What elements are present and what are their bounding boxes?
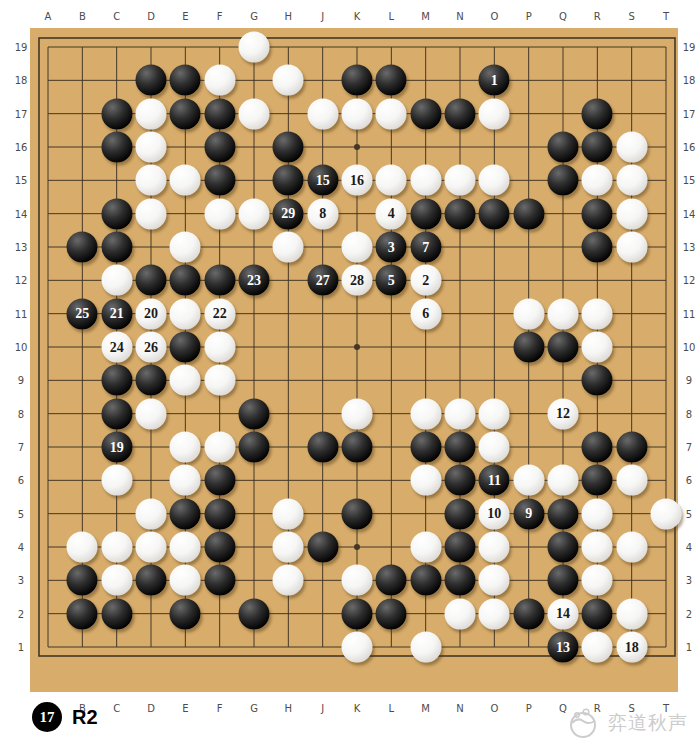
stone	[136, 198, 167, 229]
stone-move-number: 9	[525, 507, 532, 521]
stone	[616, 465, 647, 496]
coord-label: B	[79, 11, 86, 22]
stone	[170, 232, 201, 263]
stone	[204, 165, 235, 196]
stone	[616, 132, 647, 163]
coord-label: 12	[15, 275, 28, 286]
stone: 2	[410, 265, 441, 296]
stone: 10	[479, 498, 510, 529]
stone-move-number: 16	[350, 173, 364, 187]
stone: 5	[376, 265, 407, 296]
coord-label: N	[456, 11, 463, 22]
stone	[513, 465, 544, 496]
stone	[101, 232, 132, 263]
stone	[479, 398, 510, 429]
stone	[582, 198, 613, 229]
stone	[170, 65, 201, 96]
stone: 4	[376, 198, 407, 229]
caption-move-number: 17	[40, 710, 55, 725]
coord-label: E	[182, 703, 188, 714]
stone-move-number: 5	[388, 273, 395, 287]
coord-label: C	[113, 703, 120, 714]
coord-label: C	[113, 11, 120, 22]
coord-label: 17	[15, 108, 28, 119]
stone	[479, 98, 510, 129]
stone	[67, 532, 98, 563]
stone	[445, 565, 476, 596]
stone: 27	[307, 265, 338, 296]
stone	[273, 165, 304, 196]
stone	[410, 432, 441, 463]
stone-move-number: 21	[110, 307, 124, 321]
stone	[582, 365, 613, 396]
stone: 25	[67, 298, 98, 329]
stone: 14	[548, 598, 579, 629]
stone	[616, 232, 647, 263]
star-point	[354, 144, 360, 150]
coord-label: 10	[15, 342, 28, 353]
stone	[479, 432, 510, 463]
stone	[170, 165, 201, 196]
coord-label: 2	[18, 608, 24, 619]
stone: 12	[548, 398, 579, 429]
stone	[616, 532, 647, 563]
coord-label: 15	[683, 175, 696, 186]
stone	[410, 565, 441, 596]
coord-label: M	[421, 703, 430, 714]
coord-label: S	[628, 11, 634, 22]
coord-label: 11	[15, 308, 28, 319]
stone	[204, 465, 235, 496]
stone: 20	[136, 298, 167, 329]
stone	[204, 265, 235, 296]
stone	[204, 365, 235, 396]
stone	[479, 598, 510, 629]
stone-move-number: 12	[556, 407, 570, 421]
stone	[548, 565, 579, 596]
stone	[548, 132, 579, 163]
stone	[136, 65, 167, 96]
stone	[445, 498, 476, 529]
coord-label: 3	[18, 575, 24, 586]
stone	[582, 432, 613, 463]
stone	[445, 98, 476, 129]
stone	[239, 98, 270, 129]
stone	[513, 298, 544, 329]
stone	[616, 165, 647, 196]
coord-label: 11	[683, 308, 696, 319]
wave-circle-icon	[564, 704, 602, 742]
stone	[376, 65, 407, 96]
coord-label: 14	[15, 208, 28, 219]
stone	[582, 98, 613, 129]
stone	[548, 298, 579, 329]
coord-label: N	[456, 703, 463, 714]
stone	[582, 565, 613, 596]
stone	[410, 532, 441, 563]
stone	[136, 498, 167, 529]
stone-move-number: 23	[247, 273, 261, 287]
coord-label: K	[354, 11, 361, 22]
stone	[410, 632, 441, 663]
go-diagram: AABBCCDDEEFFGGHHJJKKLLMMNNOOPPQQRRSSTT19…	[0, 0, 700, 749]
stone	[170, 365, 201, 396]
coord-label: 6	[686, 475, 692, 486]
stone	[479, 165, 510, 196]
coord-label: 17	[683, 108, 696, 119]
stone	[548, 165, 579, 196]
coord-label: R	[594, 11, 601, 22]
stone	[548, 332, 579, 363]
stone	[513, 598, 544, 629]
stone	[445, 398, 476, 429]
coord-label: T	[663, 11, 669, 22]
stone-move-number: 20	[144, 307, 158, 321]
coord-label: P	[526, 703, 532, 714]
stone-move-number: 29	[281, 207, 295, 221]
coord-label: 6	[18, 475, 24, 486]
stone-move-number: 11	[488, 473, 501, 487]
coord-label: A	[45, 11, 52, 22]
stone	[548, 465, 579, 496]
stone-move-number: 13	[556, 640, 570, 654]
stone	[136, 265, 167, 296]
stone	[239, 432, 270, 463]
star-point	[354, 344, 360, 350]
stone	[307, 532, 338, 563]
coord-label: 9	[686, 375, 692, 386]
stone-move-number: 6	[422, 307, 429, 321]
stone	[479, 565, 510, 596]
stone	[342, 98, 373, 129]
stone-move-number: 1	[491, 73, 498, 87]
stone	[101, 398, 132, 429]
stone-move-number: 28	[350, 273, 364, 287]
coord-label: E	[182, 11, 188, 22]
coord-label: J	[321, 11, 324, 22]
stone	[342, 598, 373, 629]
coord-label: 18	[683, 75, 696, 86]
stone: 13	[548, 632, 579, 663]
stone	[273, 498, 304, 529]
coord-label: H	[285, 11, 293, 22]
stone	[101, 598, 132, 629]
stone	[651, 498, 682, 529]
stone	[410, 398, 441, 429]
stone	[616, 432, 647, 463]
stone	[445, 465, 476, 496]
stone	[479, 198, 510, 229]
stone	[136, 398, 167, 429]
coord-label: 15	[15, 175, 28, 186]
stone	[67, 598, 98, 629]
stone-move-number: 15	[316, 173, 330, 187]
coord-label: 8	[18, 408, 24, 419]
stone	[136, 365, 167, 396]
coord-label: G	[250, 703, 258, 714]
stone	[582, 532, 613, 563]
stone	[67, 565, 98, 596]
stone	[410, 198, 441, 229]
coord-label: K	[354, 703, 361, 714]
stone	[445, 532, 476, 563]
stone	[204, 332, 235, 363]
stone	[136, 532, 167, 563]
stone	[170, 298, 201, 329]
stone-move-number: 26	[144, 340, 158, 354]
stone: 8	[307, 198, 338, 229]
stone: 6	[410, 298, 441, 329]
stone	[136, 132, 167, 163]
coord-label: L	[389, 11, 395, 22]
stone	[239, 598, 270, 629]
coord-label: 1	[18, 642, 24, 653]
stone	[307, 98, 338, 129]
stone	[376, 165, 407, 196]
stone: 24	[101, 332, 132, 363]
stone	[582, 598, 613, 629]
stone: 29	[273, 198, 304, 229]
stone	[548, 532, 579, 563]
stone	[170, 332, 201, 363]
stone: 22	[204, 298, 235, 329]
stone: 26	[136, 332, 167, 363]
stone	[170, 498, 201, 529]
coord-label: 13	[15, 242, 28, 253]
stone: 9	[513, 498, 544, 529]
stone	[170, 98, 201, 129]
stone: 15	[307, 165, 338, 196]
stone-move-number: 27	[316, 273, 330, 287]
coord-label: O	[490, 11, 498, 22]
stone: 3	[376, 232, 407, 263]
stone	[342, 432, 373, 463]
stone: 1	[479, 65, 510, 96]
coord-label: J	[321, 703, 324, 714]
stone	[582, 132, 613, 163]
stone	[204, 198, 235, 229]
stone: 28	[342, 265, 373, 296]
coord-label: 9	[18, 375, 24, 386]
stone	[548, 498, 579, 529]
stone	[582, 632, 613, 663]
coord-label: G	[250, 11, 258, 22]
stone-move-number: 4	[388, 207, 395, 221]
coord-label: D	[147, 11, 155, 22]
stone	[582, 498, 613, 529]
stone	[342, 232, 373, 263]
stone	[616, 198, 647, 229]
black-stone-marker: 17	[32, 702, 62, 732]
coord-label: 13	[683, 242, 696, 253]
coord-label: 7	[686, 442, 692, 453]
stone: 7	[410, 232, 441, 263]
stone	[616, 598, 647, 629]
stone	[342, 565, 373, 596]
stone: 11	[479, 465, 510, 496]
coord-label: D	[147, 703, 155, 714]
stone	[342, 498, 373, 529]
stone-move-number: 2	[422, 273, 429, 287]
coord-label: Q	[559, 11, 567, 22]
stone: 18	[616, 632, 647, 663]
stone-move-number: 22	[213, 307, 227, 321]
stone	[204, 65, 235, 96]
stone	[582, 465, 613, 496]
stone	[273, 132, 304, 163]
stone	[204, 132, 235, 163]
star-point	[354, 544, 360, 550]
coord-label: 14	[683, 208, 696, 219]
move-17-caption: 17 R2	[32, 701, 98, 733]
coord-label: 5	[686, 508, 692, 519]
stone	[582, 298, 613, 329]
stone	[445, 198, 476, 229]
coord-label: 5	[18, 508, 24, 519]
coord-label: O	[490, 703, 498, 714]
stone	[101, 132, 132, 163]
stone	[513, 332, 544, 363]
coord-label: 16	[683, 142, 696, 153]
coord-label: 10	[683, 342, 696, 353]
stone-move-number: 24	[110, 340, 124, 354]
coord-label: F	[217, 11, 223, 22]
stone: 23	[239, 265, 270, 296]
stone	[136, 165, 167, 196]
coord-label: F	[217, 703, 223, 714]
stone	[170, 265, 201, 296]
coord-label: 4	[686, 542, 692, 553]
stone	[342, 398, 373, 429]
stone	[410, 98, 441, 129]
coord-label: 8	[686, 408, 692, 419]
stone	[239, 198, 270, 229]
stone-move-number: 3	[388, 240, 395, 254]
stone	[136, 565, 167, 596]
stone-move-number: 7	[422, 240, 429, 254]
stone	[67, 232, 98, 263]
stone	[170, 432, 201, 463]
coord-label: 3	[686, 575, 692, 586]
stone	[170, 532, 201, 563]
caption-coordinate: R2	[72, 706, 98, 729]
stone	[239, 398, 270, 429]
stone	[170, 565, 201, 596]
stone	[204, 498, 235, 529]
stone	[582, 232, 613, 263]
stone	[239, 32, 270, 63]
stone	[307, 432, 338, 463]
stone	[479, 532, 510, 563]
stone	[170, 465, 201, 496]
stone	[445, 432, 476, 463]
coord-label: 19	[683, 42, 696, 53]
stone	[101, 98, 132, 129]
stone	[204, 565, 235, 596]
watermark: 弈道秋声	[564, 703, 688, 743]
stone	[273, 565, 304, 596]
coord-label: 7	[18, 442, 24, 453]
watermark-text: 弈道秋声	[608, 710, 688, 736]
stone: 21	[101, 298, 132, 329]
stone	[376, 598, 407, 629]
stone	[101, 198, 132, 229]
stone	[582, 165, 613, 196]
stone-move-number: 14	[556, 607, 570, 621]
coord-label: 19	[15, 42, 28, 53]
stone	[204, 532, 235, 563]
stone	[101, 532, 132, 563]
coord-label: 12	[683, 275, 696, 286]
stone	[101, 465, 132, 496]
coord-label: P	[526, 11, 532, 22]
coord-label: 2	[686, 608, 692, 619]
stone	[445, 598, 476, 629]
stone	[101, 265, 132, 296]
stone-move-number: 8	[319, 207, 326, 221]
stone	[273, 532, 304, 563]
coord-label: L	[389, 703, 395, 714]
stone	[273, 232, 304, 263]
stone-move-number: 18	[625, 640, 639, 654]
stone-move-number: 10	[487, 507, 501, 521]
stone	[101, 365, 132, 396]
stone: 19	[101, 432, 132, 463]
stone	[342, 632, 373, 663]
stone	[445, 165, 476, 196]
stone: 16	[342, 165, 373, 196]
stone-move-number: 25	[75, 307, 89, 321]
stone	[204, 98, 235, 129]
stone	[342, 65, 373, 96]
stone	[376, 98, 407, 129]
stone	[513, 198, 544, 229]
stone	[273, 65, 304, 96]
stone	[410, 465, 441, 496]
coord-label: M	[421, 11, 430, 22]
stone	[376, 565, 407, 596]
stone	[136, 98, 167, 129]
stone	[204, 432, 235, 463]
coord-label: H	[285, 703, 293, 714]
coord-label: 1	[686, 642, 692, 653]
stone	[410, 165, 441, 196]
stone	[170, 598, 201, 629]
coord-label: 4	[18, 542, 24, 553]
stone-move-number: 19	[110, 440, 124, 454]
coord-label: 16	[15, 142, 28, 153]
coord-label: 18	[15, 75, 28, 86]
stone	[101, 565, 132, 596]
stone	[582, 332, 613, 363]
